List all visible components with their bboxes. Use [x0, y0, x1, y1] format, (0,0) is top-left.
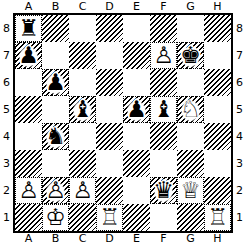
square-b7[interactable]: [42, 42, 69, 69]
square-d7[interactable]: [96, 42, 123, 69]
black-rook-icon: ♜: [15, 15, 42, 42]
rank-label-4: 4: [233, 123, 246, 150]
black-bishop-icon: ♝: [69, 96, 96, 123]
square-b3[interactable]: [42, 150, 69, 177]
square-b4[interactable]: ♞: [42, 123, 69, 150]
square-d1[interactable]: ♖: [96, 204, 123, 231]
square-e3[interactable]: [123, 150, 150, 177]
black-pawn-icon: ♟: [15, 42, 42, 69]
file-label-d: D: [96, 1, 123, 13]
square-h8[interactable]: [204, 15, 231, 42]
square-b1[interactable]: ♔: [42, 204, 69, 231]
square-b5[interactable]: [42, 96, 69, 123]
square-h2[interactable]: [204, 177, 231, 204]
square-e6[interactable]: [123, 69, 150, 96]
square-e5[interactable]: ♟: [123, 96, 150, 123]
corner-bottom-left: [0, 233, 13, 246]
square-d8[interactable]: [96, 15, 123, 42]
rank-label-8: 8: [233, 15, 246, 42]
square-a5[interactable]: [15, 96, 42, 123]
rank-label-8: 8: [0, 15, 13, 42]
rank-label-6: 6: [0, 69, 13, 96]
white-pawn-icon: ♙: [69, 177, 96, 204]
square-h1[interactable]: ♖: [204, 204, 231, 231]
rank-labels-right: 87654321: [233, 13, 246, 233]
square-d2[interactable]: [96, 177, 123, 204]
square-f6[interactable]: [150, 69, 177, 96]
square-a4[interactable]: [15, 123, 42, 150]
square-g8[interactable]: [177, 15, 204, 42]
square-c4[interactable]: [69, 123, 96, 150]
rank-label-3: 3: [233, 150, 246, 177]
corner-bottom-right: [233, 233, 246, 246]
square-h6[interactable]: [204, 69, 231, 96]
rank-label-5: 5: [0, 96, 13, 123]
square-c6[interactable]: [69, 69, 96, 96]
rank-label-2: 2: [0, 177, 13, 204]
square-c3[interactable]: [69, 150, 96, 177]
square-c8[interactable]: [69, 15, 96, 42]
chess-diagram: ABCDEFGH 87654321 ♜♟♙♚♟♝♟♝♘♞♙♙♙♛♕♔♖♖ 876…: [0, 0, 246, 246]
white-rook-icon: ♖: [96, 204, 123, 231]
square-f3[interactable]: [150, 150, 177, 177]
square-f8[interactable]: [150, 15, 177, 42]
file-label-b: B: [42, 1, 69, 13]
square-e7[interactable]: [123, 42, 150, 69]
rank-label-6: 6: [233, 69, 246, 96]
square-d4[interactable]: [96, 123, 123, 150]
white-knight-icon: ♘: [177, 96, 204, 123]
white-pawn-icon: ♙: [150, 42, 177, 69]
square-e8[interactable]: [123, 15, 150, 42]
rank-label-7: 7: [0, 42, 13, 69]
white-queen-icon: ♕: [177, 177, 204, 204]
square-g2[interactable]: ♕: [177, 177, 204, 204]
file-label-a: A: [15, 1, 42, 13]
square-c5[interactable]: ♝: [69, 96, 96, 123]
square-g4[interactable]: [177, 123, 204, 150]
square-a6[interactable]: [15, 69, 42, 96]
corner-top-left: [0, 0, 13, 13]
square-f7[interactable]: ♙: [150, 42, 177, 69]
square-c1[interactable]: [69, 204, 96, 231]
rank-label-5: 5: [233, 96, 246, 123]
white-pawn-icon: ♙: [42, 177, 69, 204]
square-f4[interactable]: [150, 123, 177, 150]
rank-labels-left: 87654321: [0, 13, 13, 233]
square-f5[interactable]: ♝: [150, 96, 177, 123]
square-b8[interactable]: [42, 15, 69, 42]
file-label-g: G: [177, 233, 204, 245]
square-a8[interactable]: ♜: [15, 15, 42, 42]
square-g3[interactable]: [177, 150, 204, 177]
file-label-c: C: [69, 233, 96, 245]
square-e1[interactable]: [123, 204, 150, 231]
rank-label-1: 1: [233, 204, 246, 231]
black-king-icon: ♚: [177, 42, 204, 69]
file-label-h: H: [204, 233, 231, 245]
square-c7[interactable]: [69, 42, 96, 69]
file-label-c: C: [69, 1, 96, 13]
file-label-f: F: [150, 233, 177, 245]
file-label-h: H: [204, 1, 231, 13]
square-f2[interactable]: ♛: [150, 177, 177, 204]
square-g1[interactable]: [177, 204, 204, 231]
square-g7[interactable]: ♚: [177, 42, 204, 69]
file-label-d: D: [96, 233, 123, 245]
file-label-e: E: [123, 233, 150, 245]
file-label-a: A: [15, 233, 42, 245]
rank-label-4: 4: [0, 123, 13, 150]
square-g5[interactable]: ♘: [177, 96, 204, 123]
square-b6[interactable]: ♟: [42, 69, 69, 96]
square-h4[interactable]: [204, 123, 231, 150]
square-d3[interactable]: [96, 150, 123, 177]
square-h5[interactable]: [204, 96, 231, 123]
corner-top-right: [233, 0, 246, 13]
square-d5[interactable]: [96, 96, 123, 123]
file-label-b: B: [42, 233, 69, 245]
file-label-e: E: [123, 1, 150, 13]
rank-label-1: 1: [0, 204, 13, 231]
square-d6[interactable]: [96, 69, 123, 96]
square-b2[interactable]: ♙: [42, 177, 69, 204]
rank-label-7: 7: [233, 42, 246, 69]
square-c2[interactable]: ♙: [69, 177, 96, 204]
square-a3[interactable]: [15, 150, 42, 177]
white-king-icon: ♔: [42, 204, 69, 231]
file-labels-top: ABCDEFGH: [13, 0, 233, 13]
chess-board: ♜♟♙♚♟♝♟♝♘♞♙♙♙♛♕♔♖♖: [13, 13, 233, 233]
square-h7[interactable]: [204, 42, 231, 69]
square-g6[interactable]: [177, 69, 204, 96]
square-h3[interactable]: [204, 150, 231, 177]
black-bishop-icon: ♝: [150, 96, 177, 123]
white-pawn-icon: ♙: [15, 177, 42, 204]
file-label-f: F: [150, 1, 177, 13]
square-e4[interactable]: [123, 123, 150, 150]
rank-label-2: 2: [233, 177, 246, 204]
black-queen-icon: ♛: [150, 177, 177, 204]
square-a1[interactable]: [15, 204, 42, 231]
file-label-g: G: [177, 1, 204, 13]
square-f1[interactable]: [150, 204, 177, 231]
black-pawn-icon: ♟: [123, 96, 150, 123]
black-pawn-icon: ♟: [42, 69, 69, 96]
rank-label-3: 3: [0, 150, 13, 177]
square-a2[interactable]: ♙: [15, 177, 42, 204]
white-rook-icon: ♖: [204, 204, 231, 231]
file-labels-bottom: ABCDEFGH: [13, 233, 233, 246]
black-knight-icon: ♞: [42, 123, 69, 150]
square-a7[interactable]: ♟: [15, 42, 42, 69]
square-e2[interactable]: [123, 177, 150, 204]
